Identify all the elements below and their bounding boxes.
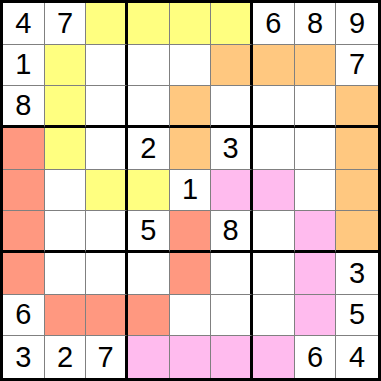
cell-r7c3[interactable] xyxy=(86,253,128,295)
cell-r3c7[interactable] xyxy=(253,86,295,128)
cell-r9c3[interactable]: 7 xyxy=(86,336,128,378)
cell-r3c3[interactable] xyxy=(86,86,128,128)
cell-r5c7[interactable] xyxy=(253,170,295,212)
cell-r1c8[interactable]: 8 xyxy=(295,3,337,45)
cell-r8c5[interactable] xyxy=(170,295,212,337)
cell-r1c3[interactable] xyxy=(86,3,128,45)
cell-r2c1[interactable]: 1 xyxy=(3,45,45,87)
cell-r6c8[interactable] xyxy=(295,211,337,253)
cell-r2c9[interactable]: 7 xyxy=(336,45,378,87)
cell-r4c6[interactable]: 3 xyxy=(211,128,253,170)
cell-r8c3[interactable] xyxy=(86,295,128,337)
cell-r7c5[interactable] xyxy=(170,253,212,295)
cell-r3c6[interactable] xyxy=(211,86,253,128)
cell-r6c2[interactable] xyxy=(45,211,87,253)
cell-r9c5[interactable] xyxy=(170,336,212,378)
cell-r4c2[interactable] xyxy=(45,128,87,170)
cell-r1c2[interactable]: 7 xyxy=(45,3,87,45)
cell-r4c4[interactable]: 2 xyxy=(128,128,170,170)
cell-r8c2[interactable] xyxy=(45,295,87,337)
cell-r6c6[interactable]: 8 xyxy=(211,211,253,253)
cell-r2c6[interactable] xyxy=(211,45,253,87)
cell-r4c9[interactable] xyxy=(336,128,378,170)
cell-r4c7[interactable] xyxy=(253,128,295,170)
cell-r9c8[interactable]: 6 xyxy=(295,336,337,378)
cell-r5c6[interactable] xyxy=(211,170,253,212)
cell-r3c8[interactable] xyxy=(295,86,337,128)
cell-r8c6[interactable] xyxy=(211,295,253,337)
cell-r8c7[interactable] xyxy=(253,295,295,337)
cell-r5c1[interactable] xyxy=(3,170,45,212)
cell-r6c7[interactable] xyxy=(253,211,295,253)
cell-r5c9[interactable] xyxy=(336,170,378,212)
cell-r1c7[interactable]: 6 xyxy=(253,3,295,45)
cell-r7c6[interactable] xyxy=(211,253,253,295)
cell-r8c4[interactable] xyxy=(128,295,170,337)
cell-r2c4[interactable] xyxy=(128,45,170,87)
cell-r5c3[interactable] xyxy=(86,170,128,212)
cell-r8c9[interactable]: 5 xyxy=(336,295,378,337)
cell-r9c2[interactable]: 2 xyxy=(45,336,87,378)
cell-r4c1[interactable] xyxy=(3,128,45,170)
cell-r2c7[interactable] xyxy=(253,45,295,87)
cell-r4c5[interactable] xyxy=(170,128,212,170)
cell-r7c1[interactable] xyxy=(3,253,45,295)
cell-r6c1[interactable] xyxy=(3,211,45,253)
cell-r5c2[interactable] xyxy=(45,170,87,212)
cell-r7c9[interactable]: 3 xyxy=(336,253,378,295)
cell-r6c3[interactable] xyxy=(86,211,128,253)
cell-r5c4[interactable] xyxy=(128,170,170,212)
cell-r7c2[interactable] xyxy=(45,253,87,295)
cell-r3c1[interactable]: 8 xyxy=(3,86,45,128)
cell-r8c1[interactable]: 6 xyxy=(3,295,45,337)
cell-r2c5[interactable] xyxy=(170,45,212,87)
cell-r7c4[interactable] xyxy=(128,253,170,295)
cell-r9c4[interactable] xyxy=(128,336,170,378)
cell-r9c7[interactable] xyxy=(253,336,295,378)
cell-r2c3[interactable] xyxy=(86,45,128,87)
cell-r4c3[interactable] xyxy=(86,128,128,170)
cell-r4c8[interactable] xyxy=(295,128,337,170)
cell-r1c9[interactable]: 9 xyxy=(336,3,378,45)
cell-r5c5[interactable]: 1 xyxy=(170,170,212,212)
cell-r1c1[interactable]: 4 xyxy=(3,3,45,45)
cell-r9c6[interactable] xyxy=(211,336,253,378)
cell-r7c7[interactable] xyxy=(253,253,295,295)
cell-r3c5[interactable] xyxy=(170,86,212,128)
sudoku-board: 476891782315836532764 xyxy=(0,0,381,381)
cell-r2c8[interactable] xyxy=(295,45,337,87)
cell-r2c2[interactable] xyxy=(45,45,87,87)
cell-r3c9[interactable] xyxy=(336,86,378,128)
cell-r6c5[interactable] xyxy=(170,211,212,253)
cell-r1c5[interactable] xyxy=(170,3,212,45)
cell-r8c8[interactable] xyxy=(295,295,337,337)
cell-r5c8[interactable] xyxy=(295,170,337,212)
cell-r9c9[interactable]: 4 xyxy=(336,336,378,378)
cell-r9c1[interactable]: 3 xyxy=(3,336,45,378)
cell-r1c4[interactable] xyxy=(128,3,170,45)
cell-r3c2[interactable] xyxy=(45,86,87,128)
cell-r7c8[interactable] xyxy=(295,253,337,295)
cell-r6c9[interactable] xyxy=(336,211,378,253)
cell-r1c6[interactable] xyxy=(211,3,253,45)
cell-r3c4[interactable] xyxy=(128,86,170,128)
cell-r6c4[interactable]: 5 xyxy=(128,211,170,253)
